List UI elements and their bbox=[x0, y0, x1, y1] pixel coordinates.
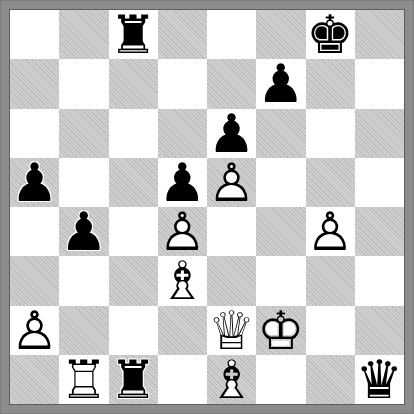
square-g1[interactable] bbox=[306, 355, 355, 404]
square-h3[interactable] bbox=[355, 256, 404, 305]
square-f4[interactable] bbox=[256, 207, 305, 256]
square-g2[interactable] bbox=[306, 306, 355, 355]
black-queen-icon: ♛ bbox=[355, 355, 404, 404]
square-b6[interactable] bbox=[59, 109, 108, 158]
square-d6[interactable] bbox=[158, 109, 207, 158]
white-pawn-icon: ♟♙ bbox=[306, 207, 355, 256]
square-a5[interactable]: ♟ bbox=[10, 158, 59, 207]
square-h4[interactable] bbox=[355, 207, 404, 256]
square-c3[interactable] bbox=[109, 256, 158, 305]
square-h6[interactable] bbox=[355, 109, 404, 158]
square-d5[interactable]: ♟ bbox=[158, 158, 207, 207]
square-b7[interactable] bbox=[59, 59, 108, 108]
white-bishop-icon: ♝♗ bbox=[158, 256, 207, 305]
square-h8[interactable] bbox=[355, 10, 404, 59]
square-c8[interactable]: ♜ bbox=[109, 10, 158, 59]
square-g8[interactable]: ♚ bbox=[306, 10, 355, 59]
square-f8[interactable] bbox=[256, 10, 305, 59]
black-king-icon: ♚ bbox=[306, 10, 355, 59]
square-g6[interactable] bbox=[306, 109, 355, 158]
square-d4[interactable]: ♟♙ bbox=[158, 207, 207, 256]
square-c1[interactable]: ♜ bbox=[109, 355, 158, 404]
square-e4[interactable] bbox=[207, 207, 256, 256]
square-c2[interactable] bbox=[109, 306, 158, 355]
square-e2[interactable]: ♛♕ bbox=[207, 306, 256, 355]
white-bishop-icon: ♝♗ bbox=[207, 355, 256, 404]
square-c4[interactable] bbox=[109, 207, 158, 256]
black-pawn-icon: ♟ bbox=[59, 207, 108, 256]
square-a2[interactable]: ♟♙ bbox=[10, 306, 59, 355]
square-a8[interactable] bbox=[10, 10, 59, 59]
square-e6[interactable]: ♟ bbox=[207, 109, 256, 158]
black-pawn-icon: ♟ bbox=[256, 59, 305, 108]
square-b8[interactable] bbox=[59, 10, 108, 59]
square-b1[interactable]: ♜♖ bbox=[59, 355, 108, 404]
square-c6[interactable] bbox=[109, 109, 158, 158]
square-e7[interactable] bbox=[207, 59, 256, 108]
square-d3[interactable]: ♝♗ bbox=[158, 256, 207, 305]
square-c5[interactable] bbox=[109, 158, 158, 207]
white-pawn-icon: ♟♙ bbox=[158, 207, 207, 256]
white-king-icon: ♚♔ bbox=[256, 306, 305, 355]
black-rook-icon: ♜ bbox=[109, 10, 158, 59]
square-a3[interactable] bbox=[10, 256, 59, 305]
square-d7[interactable] bbox=[158, 59, 207, 108]
black-pawn-icon: ♟ bbox=[158, 158, 207, 207]
square-h7[interactable] bbox=[355, 59, 404, 108]
square-h1[interactable]: ♛ bbox=[355, 355, 404, 404]
square-a1[interactable] bbox=[10, 355, 59, 404]
black-pawn-icon: ♟ bbox=[207, 109, 256, 158]
square-f2[interactable]: ♚♔ bbox=[256, 306, 305, 355]
square-b4[interactable]: ♟ bbox=[59, 207, 108, 256]
square-e5[interactable]: ♟♙ bbox=[207, 158, 256, 207]
square-e8[interactable] bbox=[207, 10, 256, 59]
square-d8[interactable] bbox=[158, 10, 207, 59]
square-g5[interactable] bbox=[306, 158, 355, 207]
black-pawn-icon: ♟ bbox=[10, 158, 59, 207]
square-a4[interactable] bbox=[10, 207, 59, 256]
square-b3[interactable] bbox=[59, 256, 108, 305]
square-e3[interactable] bbox=[207, 256, 256, 305]
square-g4[interactable]: ♟♙ bbox=[306, 207, 355, 256]
white-pawn-icon: ♟♙ bbox=[10, 306, 59, 355]
square-g3[interactable] bbox=[306, 256, 355, 305]
white-pawn-icon: ♟♙ bbox=[207, 158, 256, 207]
white-queen-icon: ♛♕ bbox=[207, 306, 256, 355]
square-d2[interactable] bbox=[158, 306, 207, 355]
square-f7[interactable]: ♟ bbox=[256, 59, 305, 108]
square-f6[interactable] bbox=[256, 109, 305, 158]
square-b5[interactable] bbox=[59, 158, 108, 207]
square-b2[interactable] bbox=[59, 306, 108, 355]
white-rook-icon: ♜♖ bbox=[59, 355, 108, 404]
square-h5[interactable] bbox=[355, 158, 404, 207]
black-rook-icon: ♜ bbox=[109, 355, 158, 404]
square-d1[interactable] bbox=[158, 355, 207, 404]
square-c7[interactable] bbox=[109, 59, 158, 108]
chess-board: ♜♚♟♟♟♟♟♙♟♟♙♟♙♝♗♟♙♛♕♚♔♜♖♜♝♗♛ bbox=[9, 9, 405, 405]
square-a6[interactable] bbox=[10, 109, 59, 158]
square-f5[interactable] bbox=[256, 158, 305, 207]
square-g7[interactable] bbox=[306, 59, 355, 108]
square-f3[interactable] bbox=[256, 256, 305, 305]
chess-board-frame: ♜♚♟♟♟♟♟♙♟♟♙♟♙♝♗♟♙♛♕♚♔♜♖♜♝♗♛ bbox=[0, 0, 414, 414]
square-h2[interactable] bbox=[355, 306, 404, 355]
square-f1[interactable] bbox=[256, 355, 305, 404]
square-a7[interactable] bbox=[10, 59, 59, 108]
square-e1[interactable]: ♝♗ bbox=[207, 355, 256, 404]
